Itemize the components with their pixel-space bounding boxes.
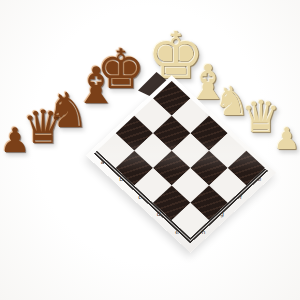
coordinate-letter: b (119, 177, 123, 183)
coordinate-letter: a (101, 160, 105, 166)
piece-dark-king: ♚ (97, 43, 145, 97)
coordinate-letter: f (240, 195, 242, 201)
coordinate-letter: h (201, 230, 205, 236)
chess-set-product-photo: efgh abcde ♟♛♞♝♚♚♝♞♛♟ (0, 0, 300, 300)
coordinate-letter: e (175, 230, 179, 236)
coordinate-letter: e (258, 177, 262, 183)
coordinate-letter: d (157, 212, 161, 218)
coordinate-letter: c (138, 195, 141, 201)
coordinate-letter: g (220, 212, 224, 218)
piece-light-pawn: ♟ (274, 124, 300, 154)
